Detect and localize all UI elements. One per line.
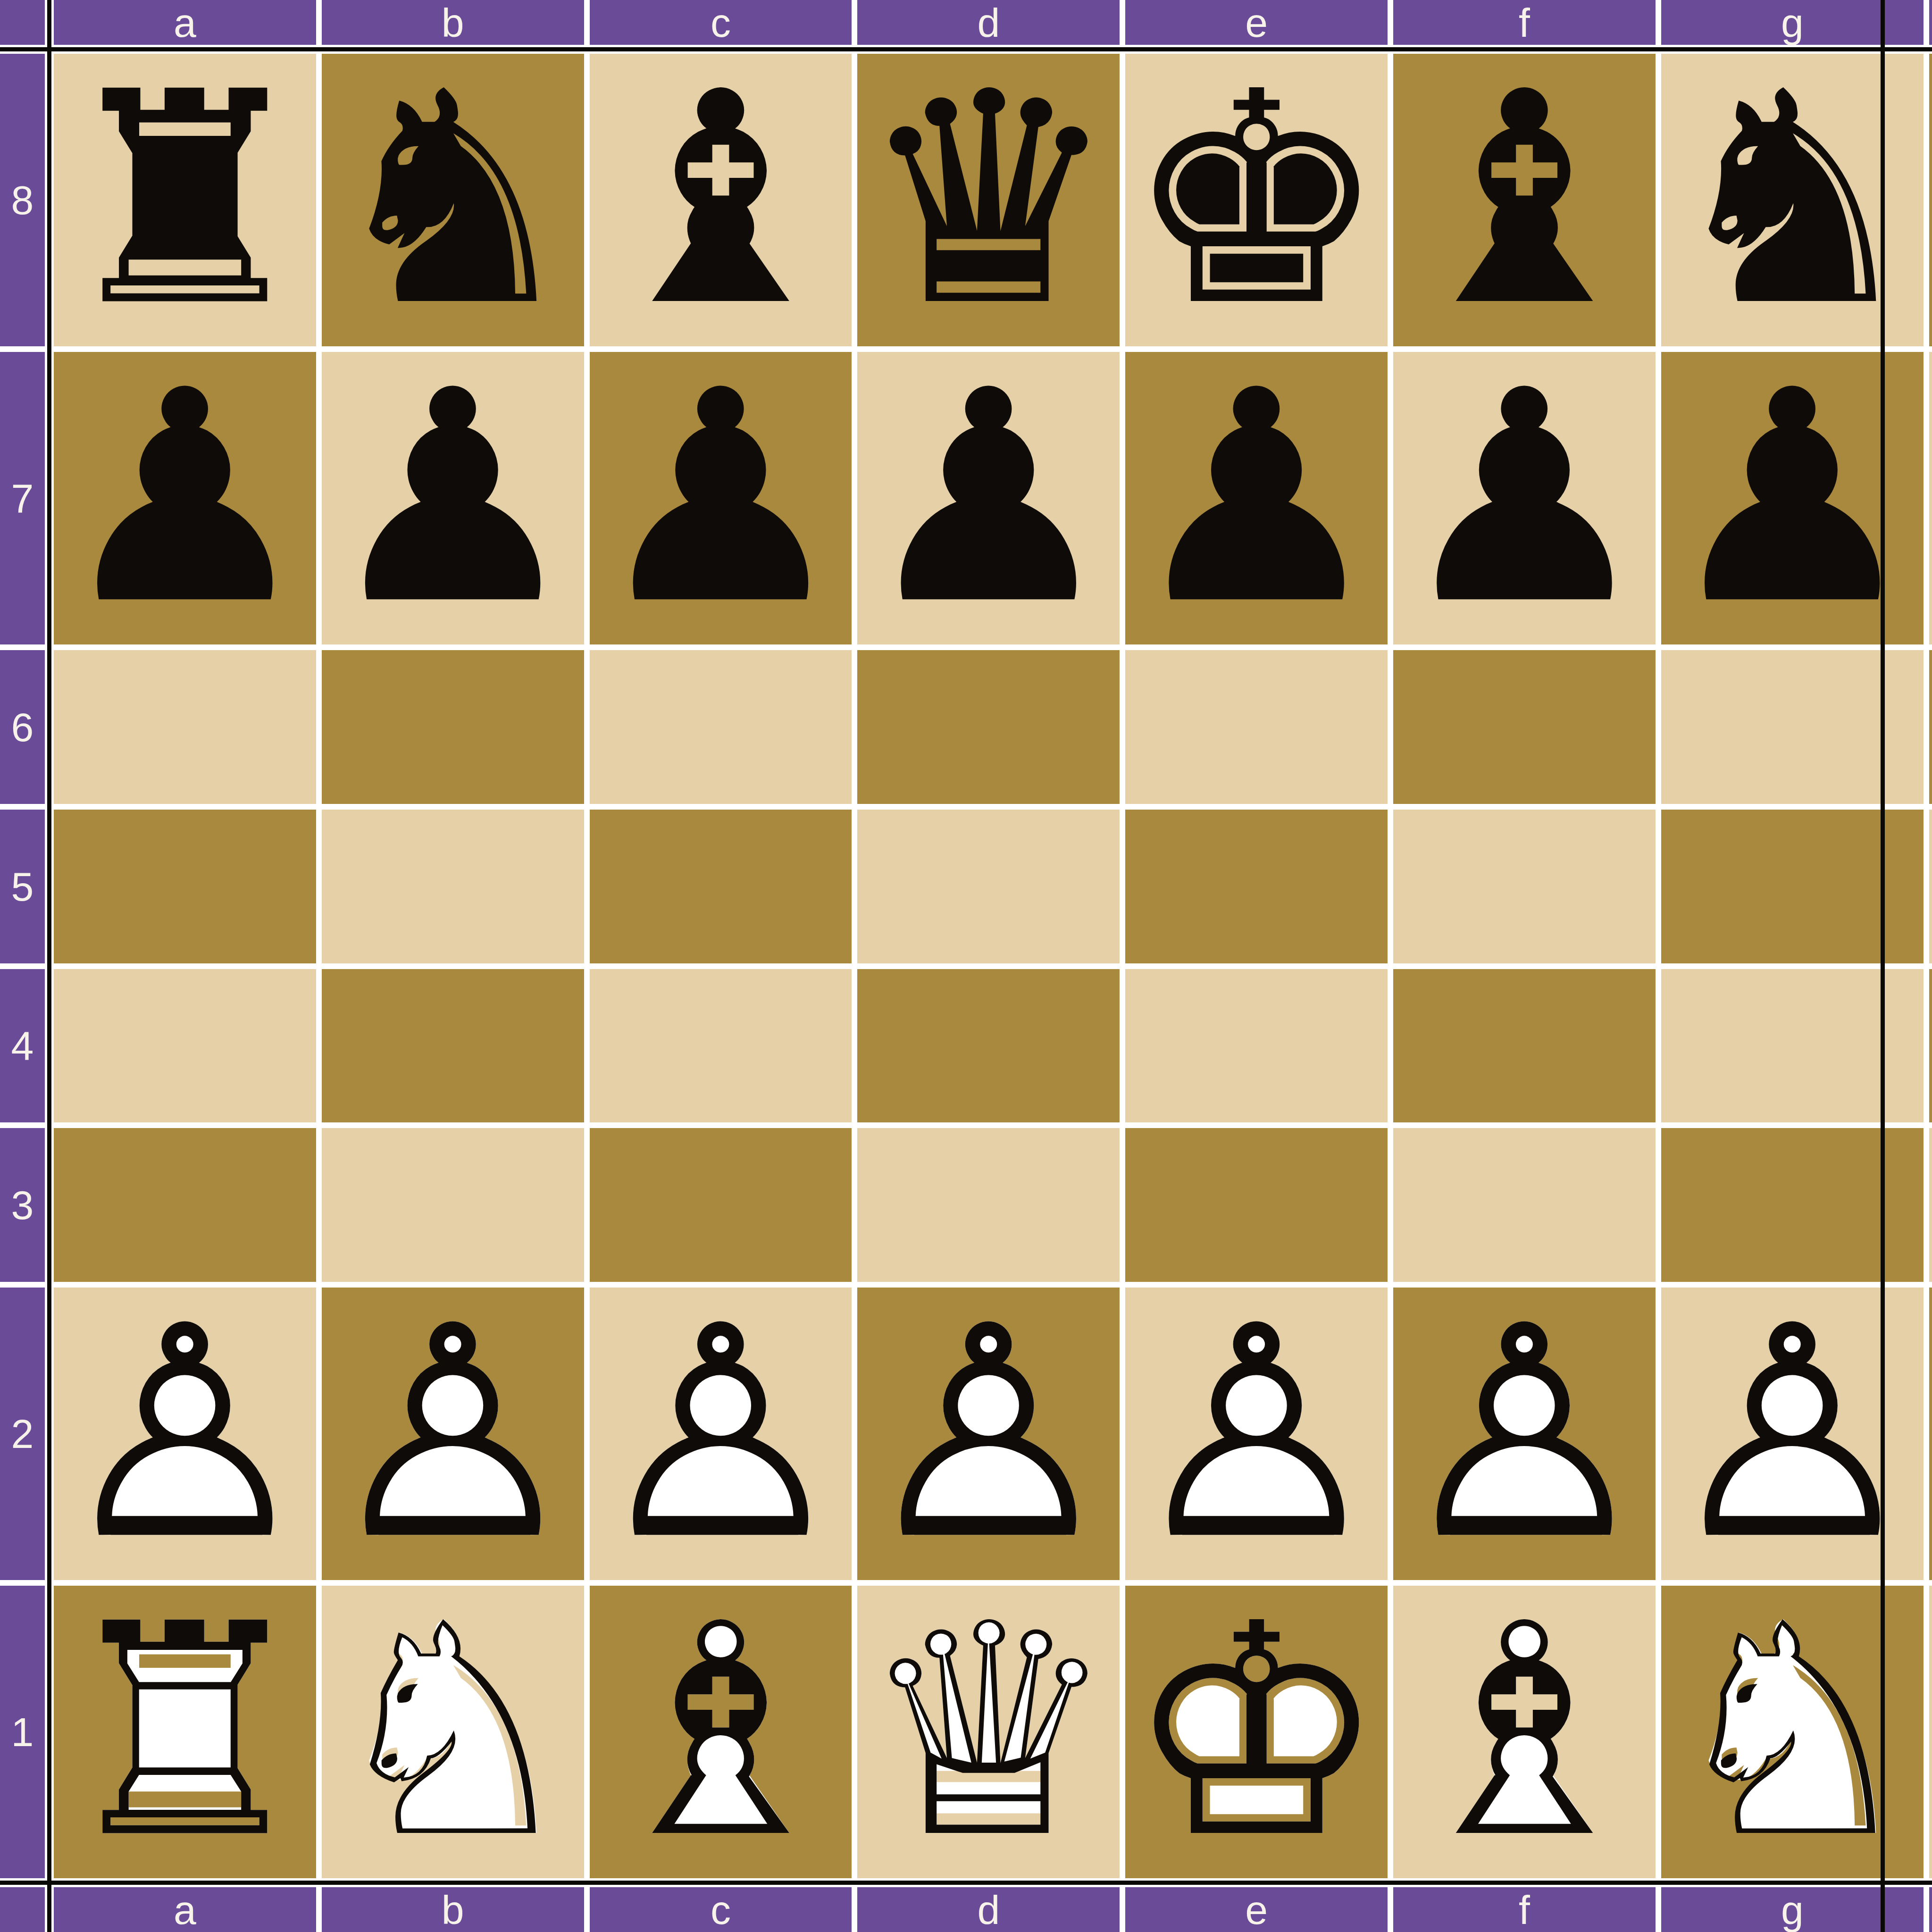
square-d3[interactable] [857, 1128, 1120, 1282]
rank-label-3-left: 3 [0, 1128, 45, 1282]
square-a4[interactable] [54, 969, 316, 1123]
square-d2[interactable]: ♟♙ [857, 1288, 1120, 1580]
piece-white-queen[interactable]: ♛♕ [857, 1586, 1120, 1878]
square-b4[interactable] [322, 969, 584, 1123]
square-h3[interactable] [1929, 1128, 1932, 1282]
square-b7[interactable]: ♟ [322, 352, 584, 644]
square-c4[interactable] [590, 969, 852, 1123]
square-f3[interactable] [1393, 1128, 1656, 1282]
square-e5[interactable] [1125, 810, 1388, 963]
square-d8[interactable]: ♛ [857, 54, 1120, 346]
rank-label-8-left: 8 [0, 54, 45, 346]
piece-white-pawn[interactable]: ♟♙ [857, 1288, 1120, 1580]
piece-black-king[interactable]: ♚ [1125, 54, 1388, 346]
square-d1[interactable]: ♛♕ [857, 1586, 1120, 1878]
square-h1[interactable]: ♜♖ [1929, 1586, 1932, 1878]
square-a2[interactable]: ♟♙ [54, 1288, 316, 1580]
pawn-glyph-outline: ♙ [590, 1288, 852, 1580]
square-c6[interactable] [590, 650, 852, 804]
square-c8[interactable]: ♝ [590, 54, 852, 346]
rank-label-2-left: 2 [0, 1288, 45, 1580]
piece-white-bishop[interactable]: ♝♗ [1393, 1586, 1656, 1878]
square-b5[interactable] [322, 810, 584, 963]
piece-black-pawn[interactable]: ♟ [857, 352, 1120, 644]
square-h4[interactable] [1929, 969, 1932, 1123]
piece-white-pawn[interactable]: ♟♙ [322, 1288, 584, 1580]
piece-black-pawn[interactable]: ♟ [322, 352, 584, 644]
rook-glyph-fill: ♜ [54, 54, 316, 346]
square-d4[interactable] [857, 969, 1120, 1123]
square-b2[interactable]: ♟♙ [322, 1288, 584, 1580]
square-d6[interactable] [857, 650, 1120, 804]
square-h8[interactable]: ♜ [1929, 54, 1932, 346]
chessboard-page: aabbccddeeffgghh8877665544332211♜♞♝♛♚♝♞♜… [0, 0, 1932, 1932]
square-b8[interactable]: ♞ [322, 54, 584, 346]
square-f1[interactable]: ♝♗ [1393, 1586, 1656, 1878]
square-c2[interactable]: ♟♙ [590, 1288, 852, 1580]
piece-black-rook[interactable]: ♜ [54, 54, 316, 346]
piece-black-pawn[interactable]: ♟ [1125, 352, 1388, 644]
bishop-glyph-outline: ♗ [1393, 1586, 1656, 1878]
king-glyph-outline: ♔ [1125, 1586, 1388, 1878]
square-a8[interactable]: ♜ [54, 54, 316, 346]
pawn-glyph-fill: ♟ [857, 352, 1120, 644]
pawn-glyph-fill: ♟ [1125, 352, 1388, 644]
square-h7[interactable]: ♟ [1929, 352, 1932, 644]
piece-black-rook[interactable]: ♜ [1929, 54, 1932, 346]
queen-glyph-outline: ♕ [857, 1586, 1120, 1878]
square-c1[interactable]: ♝♗ [590, 1586, 852, 1878]
piece-black-knight[interactable]: ♞ [322, 54, 584, 346]
piece-black-pawn[interactable]: ♟ [54, 352, 316, 644]
board-frame-line-bottom [0, 1881, 1932, 1885]
rank-label-6-left: 6 [0, 650, 45, 804]
square-a7[interactable]: ♟ [54, 352, 316, 644]
square-f2[interactable]: ♟♙ [1393, 1288, 1656, 1580]
board-grid: aabbccddeeffgghh8877665544332211♜♞♝♛♚♝♞♜… [0, 0, 1932, 1932]
square-e1[interactable]: ♚♔ [1125, 1586, 1388, 1878]
square-f6[interactable] [1393, 650, 1656, 804]
piece-white-knight[interactable]: ♞♘ [322, 1586, 584, 1878]
square-c7[interactable]: ♟ [590, 352, 852, 644]
board-frame-line-left [47, 0, 51, 1932]
piece-black-bishop[interactable]: ♝ [590, 54, 852, 346]
square-f7[interactable]: ♟ [1393, 352, 1656, 644]
square-b1[interactable]: ♞♘ [322, 1586, 584, 1878]
rank-label-5-left: 5 [0, 810, 45, 963]
pawn-glyph-fill: ♟ [1393, 352, 1656, 644]
square-a1[interactable]: ♜♖ [54, 1586, 316, 1878]
bishop-glyph-fill: ♝ [1393, 54, 1656, 346]
square-d5[interactable] [857, 810, 1120, 963]
pawn-glyph-outline: ♙ [1125, 1288, 1388, 1580]
pawn-glyph-outline: ♙ [1393, 1288, 1656, 1580]
piece-white-rook[interactable]: ♜♖ [54, 1586, 316, 1878]
piece-white-pawn[interactable]: ♟♙ [1393, 1288, 1656, 1580]
bishop-glyph-fill: ♝ [590, 54, 852, 346]
knight-glyph-outline: ♘ [322, 1586, 584, 1878]
piece-white-king[interactable]: ♚♔ [1125, 1586, 1388, 1878]
piece-white-pawn[interactable]: ♟♙ [54, 1288, 316, 1580]
knight-glyph-fill: ♞ [322, 54, 584, 346]
pawn-glyph-outline: ♙ [54, 1288, 316, 1580]
piece-white-pawn[interactable]: ♟♙ [1125, 1288, 1388, 1580]
square-a5[interactable] [54, 810, 316, 963]
rank-label-4-left: 4 [0, 969, 45, 1123]
pawn-glyph-outline: ♙ [322, 1288, 584, 1580]
square-e6[interactable] [1125, 650, 1388, 804]
square-e7[interactable]: ♟ [1125, 352, 1388, 644]
pawn-glyph-fill: ♟ [1929, 352, 1932, 644]
square-e8[interactable]: ♚ [1125, 54, 1388, 346]
square-h2[interactable]: ♟♙ [1929, 1288, 1932, 1580]
pawn-glyph-outline: ♙ [1929, 1288, 1932, 1580]
rook-glyph-fill: ♜ [1929, 54, 1932, 346]
piece-white-bishop[interactable]: ♝♗ [590, 1586, 852, 1878]
piece-black-pawn[interactable]: ♟ [1929, 352, 1932, 644]
bishop-glyph-outline: ♗ [590, 1586, 852, 1878]
square-b6[interactable] [322, 650, 584, 804]
board-frame-line-top [0, 47, 1932, 51]
king-glyph-fill: ♚ [1125, 54, 1388, 346]
square-e4[interactable] [1125, 969, 1388, 1123]
square-a3[interactable] [54, 1128, 316, 1282]
queen-glyph-fill: ♛ [857, 54, 1120, 346]
pawn-glyph-fill: ♟ [322, 352, 584, 644]
square-e3[interactable] [1125, 1128, 1388, 1282]
square-c5[interactable] [590, 810, 852, 963]
pawn-glyph-outline: ♙ [857, 1288, 1120, 1580]
square-a6[interactable] [54, 650, 316, 804]
piece-black-bishop[interactable]: ♝ [1393, 54, 1656, 346]
square-d7[interactable]: ♟ [857, 352, 1120, 644]
square-e2[interactable]: ♟♙ [1125, 1288, 1388, 1580]
piece-white-pawn[interactable]: ♟♙ [1929, 1288, 1932, 1580]
rook-glyph-outline: ♖ [54, 1586, 316, 1878]
square-h5[interactable] [1929, 810, 1932, 963]
piece-black-pawn[interactable]: ♟ [590, 352, 852, 644]
board-frame-line-right [1881, 0, 1885, 1932]
piece-white-pawn[interactable]: ♟♙ [590, 1288, 852, 1580]
pawn-glyph-fill: ♟ [54, 352, 316, 644]
piece-black-pawn[interactable]: ♟ [1393, 352, 1656, 644]
square-f4[interactable] [1393, 969, 1656, 1123]
border-corner-top-left [0, 0, 45, 45]
piece-black-queen[interactable]: ♛ [857, 54, 1120, 346]
rank-label-1-left: 1 [0, 1586, 45, 1878]
square-h6[interactable] [1929, 650, 1932, 804]
square-c3[interactable] [590, 1128, 852, 1282]
rank-label-7-left: 7 [0, 352, 45, 644]
rook-glyph-outline: ♖ [1929, 1586, 1932, 1878]
border-corner-bottom-left [0, 1887, 45, 1932]
square-b3[interactable] [322, 1128, 584, 1282]
square-f5[interactable] [1393, 810, 1656, 963]
piece-white-rook[interactable]: ♜♖ [1929, 1586, 1932, 1878]
pawn-glyph-fill: ♟ [590, 352, 852, 644]
square-f8[interactable]: ♝ [1393, 54, 1656, 346]
